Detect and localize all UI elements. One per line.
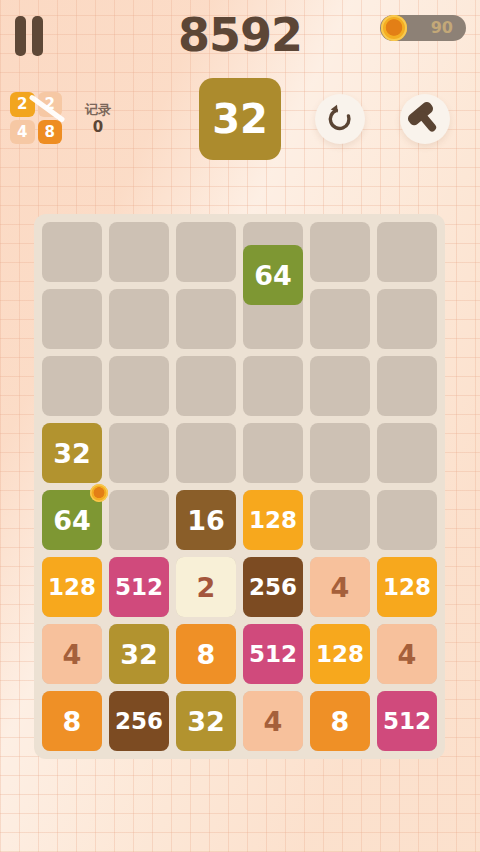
board-cell-r6c2[interactable]: 512 [109, 557, 169, 617]
board-cell-r1c4[interactable]: 64 [243, 222, 303, 282]
hammer-icon [402, 96, 447, 141]
board-cell-r8c6[interactable]: 512 [377, 691, 437, 751]
record-block: 记录 0 [74, 102, 122, 136]
tile-128[interactable]: 128 [243, 490, 303, 550]
tile-32[interactable]: 32 [176, 691, 236, 751]
record-label: 记录 [74, 102, 122, 118]
board[interactable]: 6432641612812851222564128432851212848256… [34, 214, 445, 759]
tile-32[interactable]: 32 [109, 624, 169, 684]
tile-512[interactable]: 512 [377, 691, 437, 751]
board-cell-r3c3[interactable] [176, 356, 236, 416]
board-cell-r8c2[interactable]: 256 [109, 691, 169, 751]
board-cell-r8c1[interactable]: 8 [42, 691, 102, 751]
tile-4[interactable]: 4 [377, 624, 437, 684]
tile-128[interactable]: 128 [42, 557, 102, 617]
board-cell-r2c1[interactable] [42, 289, 102, 349]
tile-256[interactable]: 256 [243, 557, 303, 617]
tile-16[interactable]: 16 [176, 490, 236, 550]
board-cell-r7c5[interactable]: 128 [310, 624, 370, 684]
board-cell-r1c6[interactable] [377, 222, 437, 282]
hammer-button[interactable] [400, 94, 450, 144]
board-cell-r8c5[interactable]: 8 [310, 691, 370, 751]
falling-tile-64[interactable]: 64 [243, 245, 303, 305]
logo-tile-8: 8 [38, 120, 63, 145]
coin-badge-icon [90, 484, 108, 502]
board-cell-r4c4[interactable] [243, 423, 303, 483]
tile-4[interactable]: 4 [243, 691, 303, 751]
board-cell-r6c1[interactable]: 128 [42, 557, 102, 617]
tile-128[interactable]: 128 [310, 624, 370, 684]
game-logo: 2248 [10, 92, 62, 144]
board-cell-r4c6[interactable] [377, 423, 437, 483]
tile-8[interactable]: 8 [176, 624, 236, 684]
board-cell-r6c5[interactable]: 4 [310, 557, 370, 617]
board-cell-r3c6[interactable] [377, 356, 437, 416]
tile-4[interactable]: 4 [310, 557, 370, 617]
record-value: 0 [74, 118, 122, 136]
board-cell-r1c1[interactable] [42, 222, 102, 282]
tile-512[interactable]: 512 [243, 624, 303, 684]
board-cell-r5c1[interactable]: 64 [42, 490, 102, 550]
board-cell-r5c3[interactable]: 16 [176, 490, 236, 550]
board-cell-r8c4[interactable]: 4 [243, 691, 303, 751]
board-cell-r5c6[interactable] [377, 490, 437, 550]
board-cell-r1c2[interactable] [109, 222, 169, 282]
board-cell-r2c3[interactable] [176, 289, 236, 349]
board-cell-r5c4[interactable]: 128 [243, 490, 303, 550]
board-cell-r3c1[interactable] [42, 356, 102, 416]
board-cell-r8c3[interactable]: 32 [176, 691, 236, 751]
tile-4[interactable]: 4 [42, 624, 102, 684]
tile-8[interactable]: 8 [42, 691, 102, 751]
board-cell-r5c5[interactable] [310, 490, 370, 550]
tile-128[interactable]: 128 [377, 557, 437, 617]
board-cell-r7c4[interactable]: 512 [243, 624, 303, 684]
undo-button[interactable] [315, 94, 365, 144]
board-cell-r3c4[interactable] [243, 356, 303, 416]
tile-256[interactable]: 256 [109, 691, 169, 751]
game-screen: 8592 90 2248 记录 0 32 6432641612812851222… [0, 0, 480, 852]
board-cell-r3c5[interactable] [310, 356, 370, 416]
board-cell-r7c3[interactable]: 8 [176, 624, 236, 684]
board-cell-r2c6[interactable] [377, 289, 437, 349]
board-cell-r4c2[interactable] [109, 423, 169, 483]
board-cell-r6c6[interactable]: 128 [377, 557, 437, 617]
board-cell-r6c4[interactable]: 256 [243, 557, 303, 617]
next-tile-preview: 32 [199, 78, 281, 160]
board-cell-r4c5[interactable] [310, 423, 370, 483]
coin-icon [381, 15, 407, 41]
undo-icon [324, 103, 356, 135]
board-cell-r4c1[interactable]: 32 [42, 423, 102, 483]
board-cell-r4c3[interactable] [176, 423, 236, 483]
board-cell-r7c1[interactable]: 4 [42, 624, 102, 684]
tile-8[interactable]: 8 [310, 691, 370, 751]
board-cell-r3c2[interactable] [109, 356, 169, 416]
coin-counter[interactable]: 90 [380, 15, 466, 41]
tile-64[interactable]: 64 [42, 490, 102, 550]
tile-32[interactable]: 32 [42, 423, 102, 483]
board-cell-r7c2[interactable]: 32 [109, 624, 169, 684]
tile-512[interactable]: 512 [109, 557, 169, 617]
board-cell-r1c3[interactable] [176, 222, 236, 282]
board-cell-r6c3[interactable]: 2 [176, 557, 236, 617]
board-cell-r2c2[interactable] [109, 289, 169, 349]
coin-count: 90 [431, 18, 453, 37]
board-cell-r7c6[interactable]: 4 [377, 624, 437, 684]
logo-tile-4: 4 [10, 120, 35, 145]
board-cell-r5c2[interactable] [109, 490, 169, 550]
board-cell-r2c5[interactable] [310, 289, 370, 349]
tile-2[interactable]: 2 [176, 557, 236, 617]
board-cell-r1c5[interactable] [310, 222, 370, 282]
